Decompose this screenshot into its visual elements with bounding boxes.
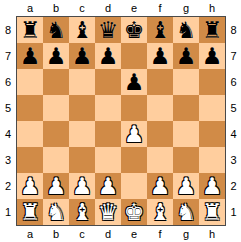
rank-label-2: 2 <box>0 173 16 199</box>
white-pawn-e4[interactable]: ♟ <box>121 121 147 147</box>
rank-label-8: 8 <box>0 17 16 43</box>
file-label-c: c <box>69 226 95 242</box>
square-e2[interactable] <box>121 173 147 199</box>
file-label-a: a <box>17 0 43 16</box>
white-pawn-c2[interactable]: ♟ <box>69 173 95 199</box>
square-g7[interactable]: ♟ <box>173 43 199 69</box>
square-c8[interactable]: ♝ <box>69 17 95 43</box>
black-rook-a8[interactable]: ♜ <box>17 17 43 43</box>
square-a1[interactable]: ♜ <box>17 199 43 225</box>
file-label-b: b <box>43 226 69 242</box>
black-king-e8[interactable]: ♚ <box>121 17 147 43</box>
square-b4[interactable] <box>43 121 69 147</box>
file-label-e: e <box>121 226 147 242</box>
file-labels-bottom: abcdefgh <box>17 226 225 242</box>
file-label-d: d <box>95 0 121 16</box>
white-rook-a1[interactable]: ♜ <box>17 199 43 225</box>
black-pawn-a7[interactable]: ♟ <box>17 43 43 69</box>
square-d4[interactable] <box>95 121 121 147</box>
rank-labels-left: 87654321 <box>0 17 16 225</box>
white-pawn-b2[interactable]: ♟ <box>43 173 69 199</box>
square-b7[interactable]: ♟ <box>43 43 69 69</box>
square-c3[interactable] <box>69 147 95 173</box>
square-d8[interactable]: ♛ <box>95 17 121 43</box>
square-h3[interactable] <box>199 147 225 173</box>
rank-label-8: 8 <box>226 17 241 43</box>
square-d1[interactable]: ♛ <box>95 199 121 225</box>
square-g8[interactable]: ♞ <box>173 17 199 43</box>
rank-label-3: 3 <box>226 147 241 173</box>
black-pawn-b7[interactable]: ♟ <box>43 43 69 69</box>
file-label-b: b <box>43 0 69 16</box>
file-label-a: a <box>17 226 43 242</box>
rank-label-6: 6 <box>226 69 241 95</box>
square-e6[interactable]: ♟ <box>121 69 147 95</box>
black-rook-h8[interactable]: ♜ <box>199 17 225 43</box>
square-h5[interactable] <box>199 95 225 121</box>
rank-label-7: 7 <box>226 43 241 69</box>
white-pawn-h2[interactable]: ♟ <box>199 173 225 199</box>
square-e1[interactable]: ♚ <box>121 199 147 225</box>
black-bishop-f8[interactable]: ♝ <box>147 17 173 43</box>
white-rook-h1[interactable]: ♜ <box>199 199 225 225</box>
square-f3[interactable] <box>147 147 173 173</box>
file-label-d: d <box>95 226 121 242</box>
black-pawn-e6[interactable]: ♟ <box>121 69 147 95</box>
square-a2[interactable]: ♟ <box>17 173 43 199</box>
square-e3[interactable] <box>121 147 147 173</box>
square-f8[interactable]: ♝ <box>147 17 173 43</box>
square-e8[interactable]: ♚ <box>121 17 147 43</box>
square-e7[interactable] <box>121 43 147 69</box>
square-e4[interactable]: ♟ <box>121 121 147 147</box>
white-pawn-g2[interactable]: ♟ <box>173 173 199 199</box>
square-h2[interactable]: ♟ <box>199 173 225 199</box>
square-d3[interactable] <box>95 147 121 173</box>
square-b6[interactable] <box>43 69 69 95</box>
white-king-e1[interactable]: ♚ <box>121 199 147 225</box>
square-d2[interactable]: ♟ <box>95 173 121 199</box>
rank-label-7: 7 <box>0 43 16 69</box>
square-f4[interactable] <box>147 121 173 147</box>
square-g5[interactable] <box>173 95 199 121</box>
square-f7[interactable]: ♟ <box>147 43 173 69</box>
square-e5[interactable] <box>121 95 147 121</box>
black-pawn-c7[interactable]: ♟ <box>69 43 95 69</box>
rank-label-6: 6 <box>0 69 16 95</box>
rank-label-4: 4 <box>226 121 241 147</box>
white-pawn-f2[interactable]: ♟ <box>147 173 173 199</box>
square-a7[interactable]: ♟ <box>17 43 43 69</box>
file-label-h: h <box>199 0 225 16</box>
white-bishop-c1[interactable]: ♝ <box>69 199 95 225</box>
square-d7[interactable]: ♟ <box>95 43 121 69</box>
square-g3[interactable] <box>173 147 199 173</box>
file-label-e: e <box>121 0 147 16</box>
square-c1[interactable]: ♝ <box>69 199 95 225</box>
square-g2[interactable]: ♟ <box>173 173 199 199</box>
rank-label-4: 4 <box>0 121 16 147</box>
white-queen-d1[interactable]: ♛ <box>95 199 121 225</box>
square-f6[interactable] <box>147 69 173 95</box>
black-pawn-h7[interactable]: ♟ <box>199 43 225 69</box>
white-knight-b1[interactable]: ♞ <box>43 199 69 225</box>
black-pawn-f7[interactable]: ♟ <box>147 43 173 69</box>
square-c6[interactable] <box>69 69 95 95</box>
square-a4[interactable] <box>17 121 43 147</box>
square-b1[interactable]: ♞ <box>43 199 69 225</box>
square-c2[interactable]: ♟ <box>69 173 95 199</box>
chess-diagram: abcdefgh 87654321 ♜♞♝♛♚♝♞♜♟♟♟♟♟♟♟♟♟♟♟♟♟♟… <box>0 0 241 242</box>
square-h4[interactable] <box>199 121 225 147</box>
square-f1[interactable]: ♝ <box>147 199 173 225</box>
file-label-f: f <box>147 0 173 16</box>
square-h8[interactable]: ♜ <box>199 17 225 43</box>
square-a8[interactable]: ♜ <box>17 17 43 43</box>
square-b2[interactable]: ♟ <box>43 173 69 199</box>
square-a3[interactable] <box>17 147 43 173</box>
square-f5[interactable] <box>147 95 173 121</box>
square-b8[interactable]: ♞ <box>43 17 69 43</box>
square-g4[interactable] <box>173 121 199 147</box>
white-pawn-a2[interactable]: ♟ <box>17 173 43 199</box>
white-pawn-d2[interactable]: ♟ <box>95 173 121 199</box>
square-b5[interactable] <box>43 95 69 121</box>
rank-label-2: 2 <box>226 173 241 199</box>
square-c4[interactable] <box>69 121 95 147</box>
square-c7[interactable]: ♟ <box>69 43 95 69</box>
square-g6[interactable] <box>173 69 199 95</box>
file-label-g: g <box>173 0 199 16</box>
square-h6[interactable] <box>199 69 225 95</box>
square-g1[interactable]: ♞ <box>173 199 199 225</box>
rank-label-5: 5 <box>0 95 16 121</box>
black-pawn-g7[interactable]: ♟ <box>173 43 199 69</box>
black-knight-g8[interactable]: ♞ <box>173 17 199 43</box>
rank-label-3: 3 <box>0 147 16 173</box>
square-c5[interactable] <box>69 95 95 121</box>
square-h7[interactable]: ♟ <box>199 43 225 69</box>
black-queen-d8[interactable]: ♛ <box>95 17 121 43</box>
square-a6[interactable] <box>17 69 43 95</box>
black-pawn-d7[interactable]: ♟ <box>95 43 121 69</box>
file-label-f: f <box>147 226 173 242</box>
square-d5[interactable] <box>95 95 121 121</box>
white-knight-g1[interactable]: ♞ <box>173 199 199 225</box>
file-label-h: h <box>199 226 225 242</box>
file-label-c: c <box>69 0 95 16</box>
black-knight-b8[interactable]: ♞ <box>43 17 69 43</box>
rank-label-5: 5 <box>226 95 241 121</box>
rank-labels-right: 87654321 <box>226 17 241 225</box>
chess-board: ♜♞♝♛♚♝♞♜♟♟♟♟♟♟♟♟♟♟♟♟♟♟♟♟♜♞♝♛♚♝♞♜ <box>16 16 226 226</box>
rank-label-1: 1 <box>0 199 16 225</box>
square-d6[interactable] <box>95 69 121 95</box>
file-labels-top: abcdefgh <box>17 0 225 16</box>
square-h1[interactable]: ♜ <box>199 199 225 225</box>
square-a5[interactable] <box>17 95 43 121</box>
white-bishop-f1[interactable]: ♝ <box>147 199 173 225</box>
square-b3[interactable] <box>43 147 69 173</box>
file-label-g: g <box>173 226 199 242</box>
rank-label-1: 1 <box>226 199 241 225</box>
black-bishop-c8[interactable]: ♝ <box>69 17 95 43</box>
square-f2[interactable]: ♟ <box>147 173 173 199</box>
